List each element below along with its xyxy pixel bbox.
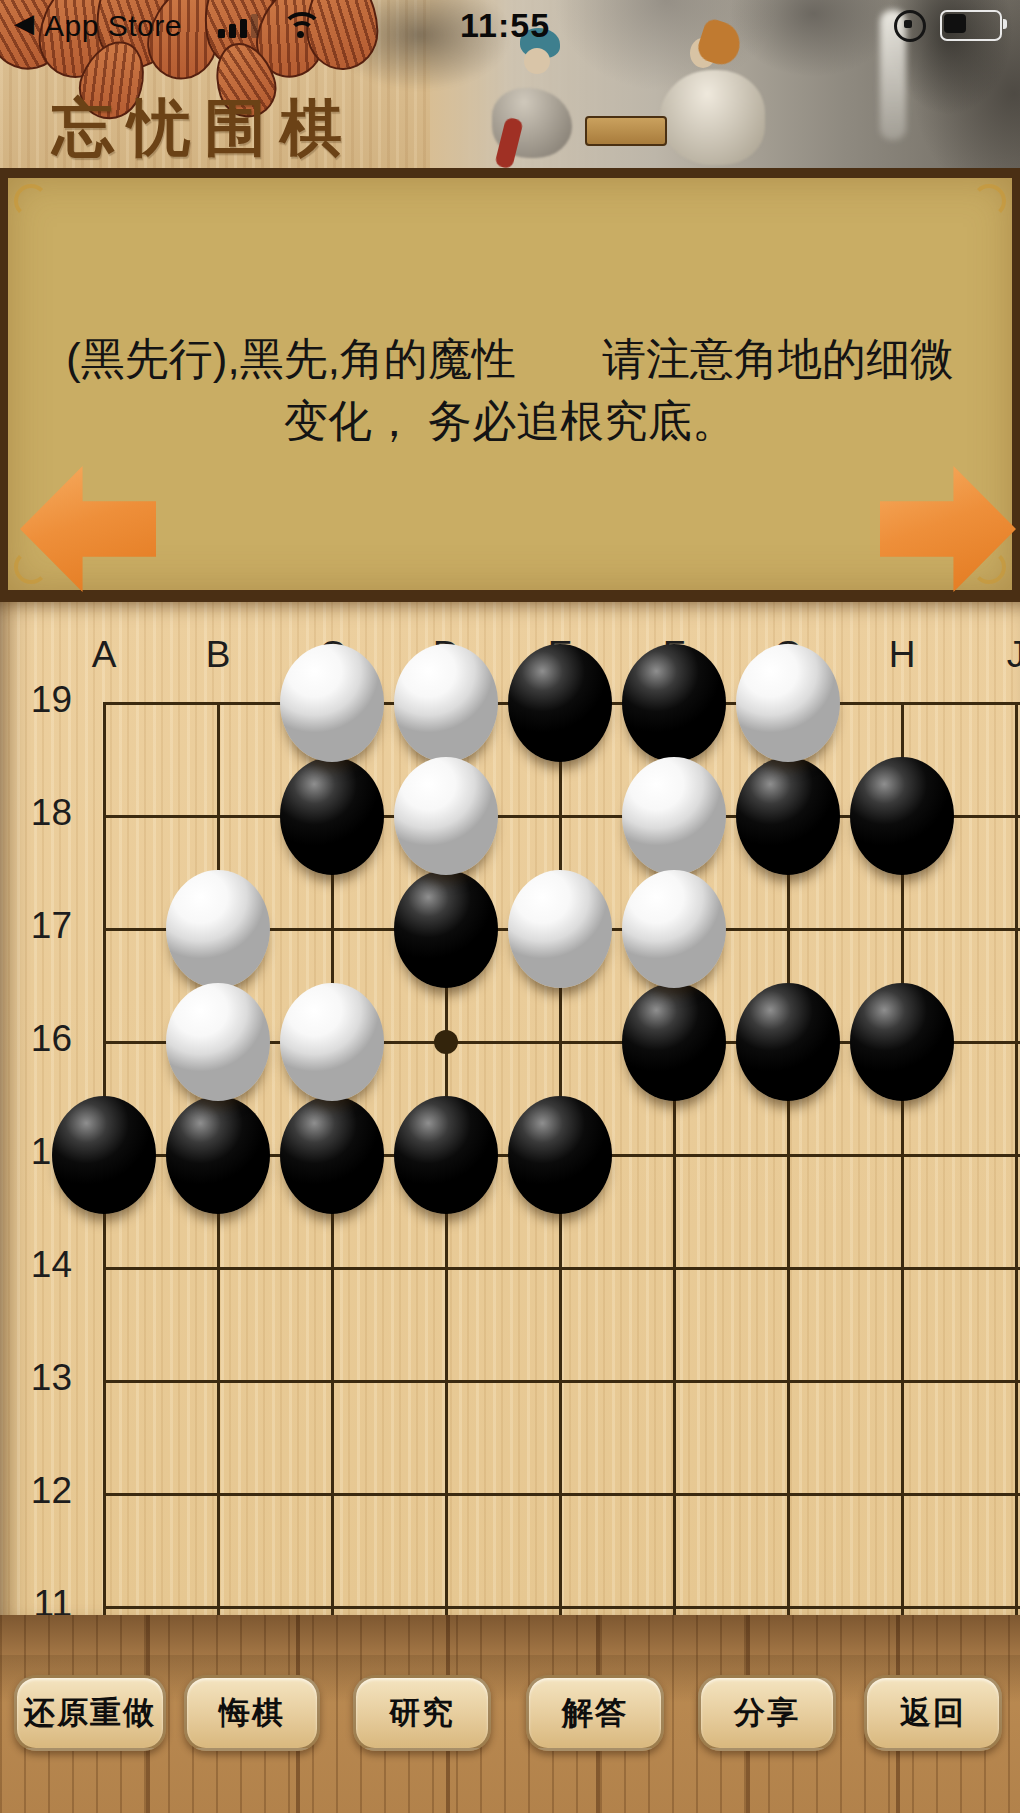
board-row-label: 17 (12, 905, 72, 947)
problem-text-line2: 变化， 务必追根究底。 (8, 390, 1012, 452)
grid-row-line (103, 1267, 1020, 1270)
white-stone (166, 870, 270, 988)
board-column-label: H (872, 634, 932, 676)
wifi-icon (282, 12, 322, 40)
board-row-label: 16 (12, 1018, 72, 1060)
problem-text: (黑先行),黑先,角的魔性请注意角地的细微 变化， 务必追根究底。 (8, 328, 1012, 452)
reset-redo-button[interactable]: 还原重做 (14, 1675, 166, 1751)
painted-goban-art (585, 116, 667, 146)
black-stone (850, 757, 954, 875)
black-stone (622, 983, 726, 1101)
back-button[interactable]: 返回 (864, 1675, 1002, 1751)
black-stone (52, 1096, 156, 1214)
back-chevron-icon[interactable]: ◀ (14, 8, 34, 39)
share-button[interactable]: 分享 (698, 1675, 836, 1751)
black-stone (508, 644, 612, 762)
research-button[interactable]: 研究 (353, 1675, 491, 1751)
player-left-head-art (524, 48, 550, 74)
board-row-label: 13 (12, 1357, 72, 1399)
black-stone (394, 870, 498, 988)
white-stone (394, 644, 498, 762)
go-player-right-art (660, 70, 765, 165)
app-title: 忘忧围棋 (52, 86, 472, 170)
cell-signal-icon (218, 14, 264, 38)
black-stone (850, 983, 954, 1101)
battery-icon (940, 10, 1002, 41)
black-stone (166, 1096, 270, 1214)
black-stone (280, 1096, 384, 1214)
rotation-lock-icon (894, 10, 926, 42)
black-stone (736, 757, 840, 875)
grid-row-line (103, 1493, 1020, 1496)
black-stone (622, 644, 726, 762)
white-stone (166, 983, 270, 1101)
black-stone (508, 1096, 612, 1214)
header: 忘忧围棋 ◀ App Store 11:55 (0, 0, 1020, 170)
go-board[interactable]: ABCDEFGHJ191817161514131211 (0, 602, 1020, 1615)
star-point (434, 1030, 458, 1054)
status-bar: ◀ App Store 11:55 (0, 0, 1020, 46)
problem-text-line1: (黑先行),黑先,角的魔性请注意角地的细微 (8, 328, 1012, 390)
white-stone (280, 983, 384, 1101)
back-to-app-label[interactable]: App Store (44, 9, 182, 43)
corner-ornament (14, 184, 48, 218)
white-stone (280, 644, 384, 762)
grid-row-line (103, 1606, 1020, 1609)
board-row-label: 11 (12, 1583, 72, 1615)
board-column-label: B (188, 634, 248, 676)
grid-row-line (103, 1380, 1020, 1383)
black-stone (280, 757, 384, 875)
grid-column-line (1015, 703, 1018, 1615)
corner-ornament (972, 184, 1006, 218)
white-stone (622, 870, 726, 988)
board-column-label: J (986, 634, 1020, 676)
board-row-label: 12 (12, 1470, 72, 1512)
answer-button[interactable]: 解答 (526, 1675, 664, 1751)
white-stone (736, 644, 840, 762)
corner-ornament (14, 550, 48, 584)
white-stone (508, 870, 612, 988)
bottom-toolbar: 还原重做悔棋研究解答分享返回 (0, 1615, 1020, 1813)
board-row-label: 18 (12, 792, 72, 834)
status-clock: 11:55 (460, 6, 550, 45)
white-stone (394, 757, 498, 875)
black-stone (394, 1096, 498, 1214)
board-column-label: A (74, 634, 134, 676)
go-app-screen: { "game": "go (weiqi) — life & death pro… (0, 0, 1020, 1813)
board-row-label: 14 (12, 1244, 72, 1286)
undo-button[interactable]: 悔棋 (184, 1675, 320, 1751)
black-stone (736, 983, 840, 1101)
white-stone (622, 757, 726, 875)
problem-panel: (黑先行),黑先,角的魔性请注意角地的细微 变化， 务必追根究底。 (0, 168, 1020, 602)
board-row-label: 19 (12, 679, 72, 721)
